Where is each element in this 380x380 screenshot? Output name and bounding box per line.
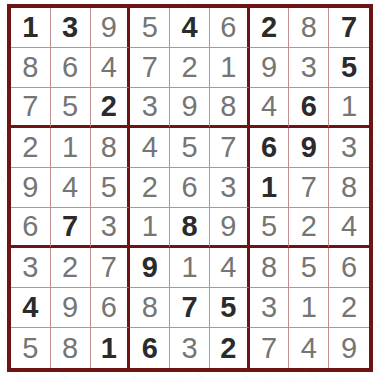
cell-r3c2[interactable]: 5 — [51, 88, 91, 128]
cell-r1c8[interactable]: 8 — [289, 8, 329, 48]
cell-r3c6[interactable]: 8 — [210, 88, 250, 128]
cell-r6c2[interactable]: 7 — [51, 208, 91, 248]
cell-r6c1[interactable]: 6 — [11, 208, 51, 248]
cell-r4c1[interactable]: 2 — [11, 128, 51, 168]
page-background: 1395462878647219357523984612184576939452… — [0, 0, 380, 380]
cell-r3c8[interactable]: 6 — [289, 88, 329, 128]
cell-r5c5[interactable]: 6 — [170, 168, 210, 208]
cell-r9c3[interactable]: 1 — [91, 328, 131, 368]
cell-r8c3[interactable]: 6 — [91, 288, 131, 328]
cell-r8c6[interactable]: 5 — [210, 288, 250, 328]
cell-r4c5[interactable]: 5 — [170, 128, 210, 168]
cell-r7c5[interactable]: 1 — [170, 248, 210, 288]
cell-r8c5[interactable]: 7 — [170, 288, 210, 328]
cell-r9c7[interactable]: 7 — [250, 328, 290, 368]
cell-r7c6[interactable]: 4 — [210, 248, 250, 288]
cell-r6c6[interactable]: 9 — [210, 208, 250, 248]
cell-r8c8[interactable]: 1 — [289, 288, 329, 328]
cell-r4c7[interactable]: 6 — [250, 128, 290, 168]
cell-r8c2[interactable]: 9 — [51, 288, 91, 328]
cell-r4c3[interactable]: 8 — [91, 128, 131, 168]
cell-r1c5[interactable]: 4 — [170, 8, 210, 48]
cell-r3c7[interactable]: 4 — [250, 88, 290, 128]
cell-r8c4[interactable]: 8 — [130, 288, 170, 328]
cell-r2c8[interactable]: 3 — [289, 48, 329, 88]
cell-r3c5[interactable]: 9 — [170, 88, 210, 128]
cell-r5c4[interactable]: 2 — [130, 168, 170, 208]
cell-r5c8[interactable]: 7 — [289, 168, 329, 208]
cell-r5c2[interactable]: 4 — [51, 168, 91, 208]
cell-r2c2[interactable]: 6 — [51, 48, 91, 88]
cell-r2c9[interactable]: 5 — [329, 48, 369, 88]
cell-r3c1[interactable]: 7 — [11, 88, 51, 128]
cell-r6c8[interactable]: 2 — [289, 208, 329, 248]
cell-r7c4[interactable]: 9 — [130, 248, 170, 288]
cell-r3c3[interactable]: 2 — [91, 88, 131, 128]
cell-r1c7[interactable]: 2 — [250, 8, 290, 48]
cell-r6c4[interactable]: 1 — [130, 208, 170, 248]
cell-r5c3[interactable]: 5 — [91, 168, 131, 208]
cell-r2c7[interactable]: 9 — [250, 48, 290, 88]
cell-r6c3[interactable]: 3 — [91, 208, 131, 248]
cell-r8c9[interactable]: 2 — [329, 288, 369, 328]
cell-r9c1[interactable]: 5 — [11, 328, 51, 368]
cell-r4c8[interactable]: 9 — [289, 128, 329, 168]
cell-r3c4[interactable]: 3 — [130, 88, 170, 128]
cell-r1c1[interactable]: 1 — [11, 8, 51, 48]
sudoku-board: 1395462878647219357523984612184576939452… — [7, 4, 373, 372]
cell-r7c9[interactable]: 6 — [329, 248, 369, 288]
cell-r1c4[interactable]: 5 — [130, 8, 170, 48]
cell-r7c1[interactable]: 3 — [11, 248, 51, 288]
cell-r5c7[interactable]: 1 — [250, 168, 290, 208]
cell-r8c1[interactable]: 4 — [11, 288, 51, 328]
cell-r2c1[interactable]: 8 — [11, 48, 51, 88]
cell-r5c6[interactable]: 3 — [210, 168, 250, 208]
cell-r7c2[interactable]: 2 — [51, 248, 91, 288]
cell-r7c7[interactable]: 8 — [250, 248, 290, 288]
cell-r1c6[interactable]: 6 — [210, 8, 250, 48]
cell-r2c4[interactable]: 7 — [130, 48, 170, 88]
cell-r8c7[interactable]: 3 — [250, 288, 290, 328]
cell-r9c2[interactable]: 8 — [51, 328, 91, 368]
cell-r9c5[interactable]: 3 — [170, 328, 210, 368]
cell-r6c7[interactable]: 5 — [250, 208, 290, 248]
cell-r5c1[interactable]: 9 — [11, 168, 51, 208]
cell-r2c3[interactable]: 4 — [91, 48, 131, 88]
cell-r5c9[interactable]: 8 — [329, 168, 369, 208]
cell-r2c6[interactable]: 1 — [210, 48, 250, 88]
cell-r4c9[interactable]: 3 — [329, 128, 369, 168]
cell-r4c2[interactable]: 1 — [51, 128, 91, 168]
cell-r9c8[interactable]: 4 — [289, 328, 329, 368]
cell-r9c4[interactable]: 6 — [130, 328, 170, 368]
cell-r1c2[interactable]: 3 — [51, 8, 91, 48]
cell-r2c5[interactable]: 2 — [170, 48, 210, 88]
cell-r7c3[interactable]: 7 — [91, 248, 131, 288]
cell-r4c4[interactable]: 4 — [130, 128, 170, 168]
cell-r6c9[interactable]: 4 — [329, 208, 369, 248]
cell-r3c9[interactable]: 1 — [329, 88, 369, 128]
cell-r7c8[interactable]: 5 — [289, 248, 329, 288]
cell-r4c6[interactable]: 7 — [210, 128, 250, 168]
cell-r9c6[interactable]: 2 — [210, 328, 250, 368]
cell-r1c9[interactable]: 7 — [329, 8, 369, 48]
cell-r1c3[interactable]: 9 — [91, 8, 131, 48]
cell-r9c9[interactable]: 9 — [329, 328, 369, 368]
cell-r6c5[interactable]: 8 — [170, 208, 210, 248]
